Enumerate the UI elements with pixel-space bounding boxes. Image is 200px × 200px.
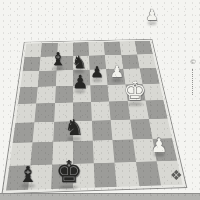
square-c5 — [55, 86, 73, 103]
square-e3 — [92, 120, 113, 141]
square-f6 — [106, 69, 125, 85]
square-b6 — [38, 70, 56, 86]
copyright-symbol: © — [189, 58, 197, 67]
white-pawn-g8: ♟ — [145, 8, 158, 23]
square-c7 — [56, 56, 73, 71]
square-a7 — [23, 57, 41, 72]
board-perspective-wrapper — [1, 39, 187, 194]
square-f8 — [104, 42, 121, 56]
square-e2 — [93, 140, 115, 163]
square-d2 — [73, 141, 94, 164]
square-d6 — [73, 70, 90, 86]
square-c6 — [55, 70, 72, 86]
square-e7 — [89, 55, 106, 70]
square-a1 — [6, 165, 31, 191]
piece-shadow — [147, 21, 156, 25]
square-d7 — [73, 55, 90, 70]
chess-board — [6, 41, 183, 191]
square-f7 — [105, 55, 123, 70]
square-e1 — [94, 162, 117, 187]
square-e8 — [88, 42, 105, 56]
square-c4 — [54, 102, 73, 121]
square-d3 — [73, 120, 93, 141]
square-b8 — [41, 43, 58, 57]
square-b1 — [28, 164, 51, 190]
copyright-text: © — [189, 58, 197, 95]
square-e5 — [90, 85, 109, 102]
square-h3 — [149, 118, 172, 139]
square-c1 — [51, 164, 73, 189]
illegible-text-smudge — [192, 69, 195, 95]
square-b7 — [39, 56, 56, 71]
square-f5 — [108, 84, 128, 101]
square-h6 — [139, 68, 159, 84]
square-h4 — [145, 100, 167, 119]
table-edge — [0, 193, 200, 200]
square-a2 — [9, 142, 32, 165]
square-a4 — [15, 103, 36, 122]
square-d1 — [73, 163, 95, 188]
square-h2 — [152, 138, 177, 161]
square-e4 — [91, 101, 111, 120]
board-frame — [1, 39, 187, 194]
square-d5 — [73, 85, 91, 102]
square-h8 — [135, 41, 153, 54]
square-a6 — [20, 71, 39, 87]
square-h5 — [142, 83, 163, 100]
square-h7 — [137, 54, 156, 69]
square-b4 — [35, 103, 55, 122]
diamond-logo-icon: ❖ — [170, 168, 183, 182]
square-d4 — [73, 102, 92, 121]
chessboard-photo: ♟♝♞♟♟♟♚♞♟♝♚ © ❖ — [0, 0, 200, 200]
square-c2 — [52, 141, 73, 164]
square-c3 — [53, 121, 73, 142]
square-b2 — [31, 142, 53, 165]
square-a3 — [13, 122, 35, 143]
square-d8 — [73, 42, 89, 56]
square-c8 — [57, 43, 73, 57]
square-b5 — [36, 86, 55, 103]
square-a5 — [18, 86, 38, 103]
square-b3 — [33, 121, 54, 142]
square-a8 — [25, 43, 42, 57]
square-e6 — [90, 69, 108, 85]
